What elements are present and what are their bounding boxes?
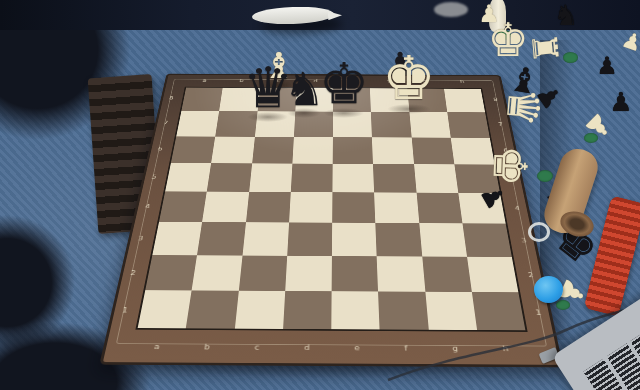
off-board-black-pawn: ♟ — [596, 54, 618, 78]
bottle-cap — [534, 276, 563, 303]
white-ring — [528, 222, 550, 242]
off-board-white-rook: ♜ — [527, 31, 564, 64]
scene: abcdefgh abcdefgh 87654321 87654321 ♝♟♛♞… — [0, 0, 640, 390]
felt-base — [537, 170, 553, 182]
off-board-white-pawn: ♟ — [619, 28, 640, 55]
off-board-white-king: ♚ — [486, 145, 533, 188]
off-board-white-king: ♚ — [487, 17, 528, 63]
off-board-pieces: ♟♚♟♞♟♜♝♟♛♟♟♚♟♝♚♟ — [0, 0, 640, 390]
off-board-white-queen: ♛ — [499, 85, 546, 128]
off-board-black-pawn: ♟ — [609, 89, 632, 115]
off-board-black-knight: ♞ — [553, 2, 578, 30]
